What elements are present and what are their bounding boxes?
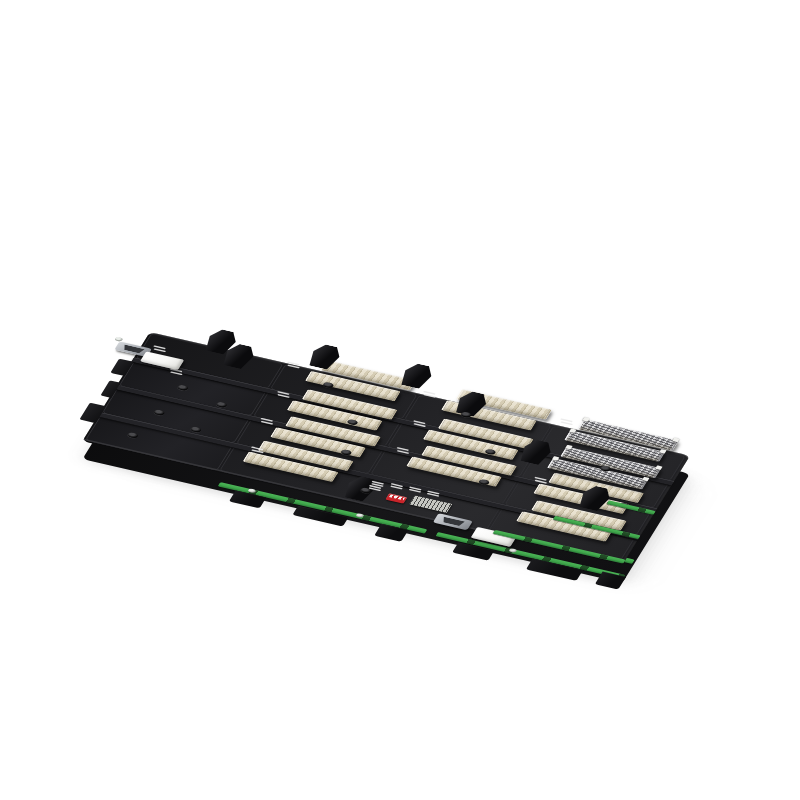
connector-post <box>582 417 589 422</box>
connector-post <box>659 449 666 454</box>
barcode-sticker <box>409 495 453 513</box>
dsub-pin-field <box>120 344 146 354</box>
silkscreen-mark-group <box>558 418 576 426</box>
connector-post <box>552 456 559 461</box>
connector-post <box>565 445 572 450</box>
product-photo <box>0 0 800 800</box>
connector-post <box>569 428 576 433</box>
red-dip-switch <box>385 493 407 503</box>
silkscreen-mark-group <box>389 483 406 490</box>
connector-post <box>642 477 649 482</box>
connector-post <box>672 438 679 443</box>
dip-switch-toggles <box>389 494 405 500</box>
